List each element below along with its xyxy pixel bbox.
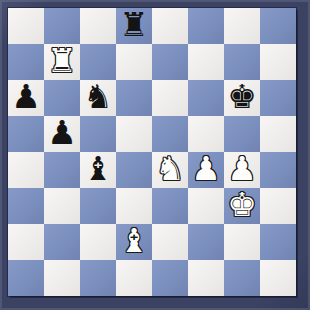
chess-board: ♜♜♟♞♚♟♝♞♟♟♚♝ [8, 8, 296, 296]
square-g3[interactable]: ♚ [224, 188, 260, 224]
square-e2[interactable] [152, 224, 188, 260]
square-f7[interactable] [188, 44, 224, 80]
square-a6[interactable]: ♟ [8, 80, 44, 116]
piece-white-king[interactable]: ♚ [224, 187, 260, 223]
square-c7[interactable] [80, 44, 116, 80]
piece-white-rook[interactable]: ♜ [44, 43, 80, 79]
square-d8[interactable]: ♜ [116, 8, 152, 44]
square-f1[interactable] [188, 260, 224, 296]
square-b3[interactable] [44, 188, 80, 224]
square-c1[interactable] [80, 260, 116, 296]
square-a5[interactable] [8, 116, 44, 152]
square-d5[interactable] [116, 116, 152, 152]
square-e7[interactable] [152, 44, 188, 80]
square-h8[interactable] [260, 8, 296, 44]
square-c2[interactable] [80, 224, 116, 260]
piece-black-knight[interactable]: ♞ [80, 79, 116, 115]
square-h1[interactable] [260, 260, 296, 296]
square-d4[interactable] [116, 152, 152, 188]
square-d1[interactable] [116, 260, 152, 296]
square-g6[interactable]: ♚ [224, 80, 260, 116]
piece-black-pawn[interactable]: ♟ [8, 79, 44, 115]
square-e6[interactable] [152, 80, 188, 116]
square-b5[interactable]: ♟ [44, 116, 80, 152]
piece-black-rook[interactable]: ♜ [116, 7, 152, 43]
square-b4[interactable] [44, 152, 80, 188]
square-h5[interactable] [260, 116, 296, 152]
square-h7[interactable] [260, 44, 296, 80]
square-h3[interactable] [260, 188, 296, 224]
square-d6[interactable] [116, 80, 152, 116]
square-f6[interactable] [188, 80, 224, 116]
square-f2[interactable] [188, 224, 224, 260]
square-g2[interactable] [224, 224, 260, 260]
square-e5[interactable] [152, 116, 188, 152]
square-c4[interactable]: ♝ [80, 152, 116, 188]
square-g7[interactable] [224, 44, 260, 80]
square-e1[interactable] [152, 260, 188, 296]
square-e3[interactable] [152, 188, 188, 224]
square-a3[interactable] [8, 188, 44, 224]
square-b7[interactable]: ♜ [44, 44, 80, 80]
square-a4[interactable] [8, 152, 44, 188]
square-c6[interactable]: ♞ [80, 80, 116, 116]
square-f5[interactable] [188, 116, 224, 152]
piece-white-pawn[interactable]: ♟ [188, 151, 224, 187]
square-a8[interactable] [8, 8, 44, 44]
square-c5[interactable] [80, 116, 116, 152]
square-b6[interactable] [44, 80, 80, 116]
square-d3[interactable] [116, 188, 152, 224]
square-h4[interactable] [260, 152, 296, 188]
square-g4[interactable]: ♟ [224, 152, 260, 188]
square-a2[interactable] [8, 224, 44, 260]
piece-white-knight[interactable]: ♞ [152, 151, 188, 187]
piece-black-pawn[interactable]: ♟ [44, 115, 80, 151]
square-h2[interactable] [260, 224, 296, 260]
piece-white-bishop[interactable]: ♝ [116, 223, 152, 259]
square-d2[interactable]: ♝ [116, 224, 152, 260]
square-f4[interactable]: ♟ [188, 152, 224, 188]
piece-black-bishop[interactable]: ♝ [80, 151, 116, 187]
piece-white-pawn[interactable]: ♟ [224, 151, 260, 187]
square-e8[interactable] [152, 8, 188, 44]
piece-black-king[interactable]: ♚ [224, 79, 260, 115]
square-g5[interactable] [224, 116, 260, 152]
square-b2[interactable] [44, 224, 80, 260]
square-a7[interactable] [8, 44, 44, 80]
square-b8[interactable] [44, 8, 80, 44]
square-d7[interactable] [116, 44, 152, 80]
square-f8[interactable] [188, 8, 224, 44]
square-b1[interactable] [44, 260, 80, 296]
square-h6[interactable] [260, 80, 296, 116]
square-g8[interactable] [224, 8, 260, 44]
chess-board-frame: ♜♜♟♞♚♟♝♞♟♟♚♝ [0, 0, 310, 310]
square-e4[interactable]: ♞ [152, 152, 188, 188]
square-c3[interactable] [80, 188, 116, 224]
square-f3[interactable] [188, 188, 224, 224]
square-a1[interactable] [8, 260, 44, 296]
square-c8[interactable] [80, 8, 116, 44]
square-g1[interactable] [224, 260, 260, 296]
